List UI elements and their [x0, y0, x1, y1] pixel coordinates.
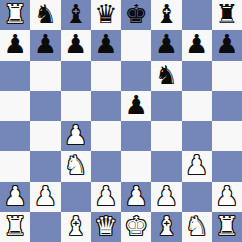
black-queen[interactable]: ♛: [94, 1, 117, 27]
black-pawn[interactable]: ♟: [185, 31, 208, 57]
white-bishop[interactable]: ♝: [64, 213, 87, 239]
black-pawn[interactable]: ♟: [155, 31, 178, 57]
square-g1[interactable]: ♞: [182, 212, 212, 242]
square-e1[interactable]: ♚: [121, 212, 151, 242]
white-bishop[interactable]: ♝: [155, 213, 178, 239]
square-d8[interactable]: ♛: [91, 0, 121, 30]
square-b7[interactable]: ♟: [30, 30, 60, 60]
square-g3[interactable]: ♟: [182, 151, 212, 181]
black-pawn[interactable]: ♟: [64, 31, 87, 57]
square-f3[interactable]: [151, 151, 181, 181]
black-pawn[interactable]: ♟: [94, 31, 117, 57]
black-pawn[interactable]: ♟: [3, 31, 26, 57]
square-e8[interactable]: ♚: [121, 0, 151, 30]
square-d7[interactable]: ♟: [91, 30, 121, 60]
square-c3[interactable]: ♞: [61, 151, 91, 181]
white-pawn[interactable]: ♟: [155, 183, 178, 209]
square-a2[interactable]: ♟: [0, 182, 30, 212]
square-c7[interactable]: ♟: [61, 30, 91, 60]
square-d6[interactable]: [91, 61, 121, 91]
square-b5[interactable]: [30, 91, 60, 121]
black-bishop[interactable]: ♝: [64, 1, 87, 27]
black-pawn[interactable]: ♟: [215, 31, 238, 57]
white-pawn[interactable]: ♟: [34, 183, 57, 209]
square-g6[interactable]: [182, 61, 212, 91]
square-b6[interactable]: [30, 61, 60, 91]
white-king[interactable]: ♚: [124, 213, 147, 239]
square-f5[interactable]: [151, 91, 181, 121]
square-e2[interactable]: ♟: [121, 182, 151, 212]
black-rook[interactable]: ♜: [215, 1, 238, 27]
square-f6[interactable]: ♞: [151, 61, 181, 91]
square-a8[interactable]: ♜: [0, 0, 30, 30]
square-g8[interactable]: [182, 0, 212, 30]
white-rook[interactable]: ♜: [215, 213, 238, 239]
square-e5[interactable]: ♟: [121, 91, 151, 121]
black-bishop[interactable]: ♝: [155, 1, 178, 27]
square-a4[interactable]: [0, 121, 30, 151]
square-e4[interactable]: [121, 121, 151, 151]
chess-board: ♜♞♝♛♚♝♜♟♟♟♟♟♟♟♞♟♟♞♟♟♟♟♟♟♟♜♝♛♚♝♞♜: [0, 0, 242, 242]
square-d2[interactable]: ♟: [91, 182, 121, 212]
square-a6[interactable]: [0, 61, 30, 91]
square-a5[interactable]: [0, 91, 30, 121]
square-a1[interactable]: ♜: [0, 212, 30, 242]
square-a7[interactable]: ♟: [0, 30, 30, 60]
square-h1[interactable]: ♜: [212, 212, 242, 242]
white-pawn[interactable]: ♟: [215, 183, 238, 209]
square-g2[interactable]: [182, 182, 212, 212]
square-d5[interactable]: [91, 91, 121, 121]
white-queen[interactable]: ♛: [94, 213, 117, 239]
white-pawn[interactable]: ♟: [94, 183, 117, 209]
white-pawn[interactable]: ♟: [64, 122, 87, 148]
square-h7[interactable]: ♟: [212, 30, 242, 60]
square-f8[interactable]: ♝: [151, 0, 181, 30]
white-pawn[interactable]: ♟: [185, 152, 208, 178]
white-pawn[interactable]: ♟: [124, 183, 147, 209]
square-d4[interactable]: [91, 121, 121, 151]
white-knight[interactable]: ♞: [64, 152, 87, 178]
white-pawn[interactable]: ♟: [3, 183, 26, 209]
square-a3[interactable]: [0, 151, 30, 181]
square-h3[interactable]: [212, 151, 242, 181]
white-knight[interactable]: ♞: [185, 213, 208, 239]
square-g7[interactable]: ♟: [182, 30, 212, 60]
square-b3[interactable]: [30, 151, 60, 181]
square-f7[interactable]: ♟: [151, 30, 181, 60]
square-f4[interactable]: [151, 121, 181, 151]
square-g4[interactable]: [182, 121, 212, 151]
square-b2[interactable]: ♟: [30, 182, 60, 212]
square-c6[interactable]: [61, 61, 91, 91]
square-c4[interactable]: ♟: [61, 121, 91, 151]
square-h8[interactable]: ♜: [212, 0, 242, 30]
black-knight[interactable]: ♞: [155, 62, 178, 88]
square-f2[interactable]: ♟: [151, 182, 181, 212]
square-c1[interactable]: ♝: [61, 212, 91, 242]
black-knight[interactable]: ♞: [34, 1, 57, 27]
square-h6[interactable]: [212, 61, 242, 91]
square-d1[interactable]: ♛: [91, 212, 121, 242]
square-g5[interactable]: [182, 91, 212, 121]
square-b1[interactable]: [30, 212, 60, 242]
square-h2[interactable]: ♟: [212, 182, 242, 212]
square-f1[interactable]: ♝: [151, 212, 181, 242]
square-e7[interactable]: [121, 30, 151, 60]
black-pawn[interactable]: ♟: [124, 92, 147, 118]
square-c8[interactable]: ♝: [61, 0, 91, 30]
square-e3[interactable]: [121, 151, 151, 181]
square-b4[interactable]: [30, 121, 60, 151]
white-rook[interactable]: ♜: [3, 213, 26, 239]
square-b8[interactable]: ♞: [30, 0, 60, 30]
square-h5[interactable]: [212, 91, 242, 121]
square-d3[interactable]: [91, 151, 121, 181]
black-pawn[interactable]: ♟: [34, 31, 57, 57]
square-h4[interactable]: [212, 121, 242, 151]
black-king[interactable]: ♚: [124, 1, 147, 27]
square-c2[interactable]: [61, 182, 91, 212]
square-c5[interactable]: [61, 91, 91, 121]
square-e6[interactable]: [121, 61, 151, 91]
white-rook[interactable]: ♜: [3, 1, 26, 27]
